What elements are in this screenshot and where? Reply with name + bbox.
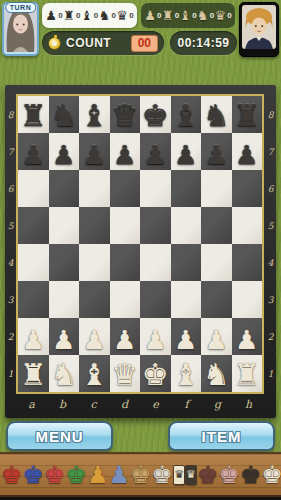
square-c7[interactable]: ♟ [79, 133, 110, 170]
square-g7[interactable]: ♟ [201, 133, 232, 170]
chess-board: 87654321 ♜♞♝♛♚♝♞♜♟♟♟♟♟♟♟♟♟♟♟♟♟♟♟♟♜♞♝♛♚♝♞… [5, 85, 276, 418]
square-f2[interactable]: ♟ [171, 318, 202, 355]
skin-king-blue[interactable]: ♚ [23, 455, 45, 495]
time-panel: 00:14:59 [170, 31, 237, 55]
rank-label-6: 6 [265, 170, 276, 207]
piece-black-pawn[interactable]: ♟ [83, 140, 106, 170]
rank-label-6: 6 [5, 170, 16, 207]
square-a6[interactable] [18, 170, 49, 207]
file-label-f: f [171, 394, 202, 415]
piece-black-pawn[interactable]: ♟ [52, 140, 75, 170]
square-d5[interactable] [110, 207, 141, 244]
square-c5[interactable] [79, 207, 110, 244]
rank-label-5: 5 [5, 207, 16, 244]
square-a7[interactable]: ♟ [18, 133, 49, 170]
square-h4[interactable] [232, 244, 263, 281]
rank-labels-left: 87654321 [5, 96, 16, 392]
captured-pawn-icon: ♟ [45, 3, 57, 28]
file-label-g: g [202, 394, 233, 415]
skin-king-silver[interactable]: ♚ [152, 455, 174, 495]
piece-black-rook[interactable]: ♜ [233, 99, 260, 133]
skin-doll-gold[interactable]: ♟ [87, 455, 109, 495]
piece-white-pawn[interactable]: ♟ [52, 325, 75, 355]
piece-white-queen[interactable]: ♛ [111, 358, 138, 392]
board-squares: ♜♞♝♛♚♝♞♜♟♟♟♟♟♟♟♟♟♟♟♟♟♟♟♟♜♞♝♛♚♝♞♜ [16, 94, 264, 394]
file-label-a: a [16, 394, 47, 415]
square-a2[interactable]: ♟ [18, 318, 49, 355]
piece-white-rook[interactable]: ♜ [233, 358, 260, 392]
square-d7[interactable]: ♟ [110, 133, 141, 170]
piece-white-knight[interactable]: ♞ [203, 358, 230, 392]
piece-black-pawn[interactable]: ♟ [113, 140, 136, 170]
square-a5[interactable] [18, 207, 49, 244]
skin-king-red[interactable]: ♚ [1, 455, 23, 495]
square-c2[interactable]: ♟ [79, 318, 110, 355]
square-e7[interactable]: ♟ [140, 133, 171, 170]
captured-bishop-icon: ♝ [179, 3, 191, 28]
item-card-queen-black[interactable]: ♛ [173, 465, 185, 485]
rank-label-3: 3 [265, 281, 276, 318]
square-f6[interactable] [171, 170, 202, 207]
piece-black-pawn[interactable]: ♟ [235, 140, 258, 170]
player-left-avatar: TURN [2, 2, 39, 56]
rank-label-5: 5 [265, 207, 276, 244]
skin-rabbit-red[interactable]: ♚ [44, 455, 66, 495]
chess-app: TURN ♟0♜0♝0♞0♛0 ♟0♜0♝0♞0♛0 [0, 0, 281, 500]
square-b3[interactable] [49, 281, 80, 318]
skin-king-dark[interactable]: ♚ [240, 455, 262, 495]
square-c1[interactable]: ♝ [79, 355, 110, 392]
piece-white-pawn[interactable]: ♟ [144, 325, 167, 355]
item-button[interactable]: ITEM [168, 421, 275, 451]
captured-bishop-icon: ♝ [81, 3, 93, 28]
captured-queen-icon: ♛ [116, 3, 128, 28]
skin-king-maroon[interactable]: ♚ [197, 455, 219, 495]
square-f5[interactable] [171, 207, 202, 244]
skin-king-pink[interactable]: ♚ [218, 455, 240, 495]
item-shelf: ♚♚♚♚♟♟♚♚♛♛♚♚♚♚ [0, 452, 281, 497]
rank-label-1: 1 [265, 355, 276, 392]
square-h6[interactable] [232, 170, 263, 207]
rank-label-3: 3 [5, 281, 16, 318]
square-b2[interactable]: ♟ [49, 318, 80, 355]
menu-button[interactable]: MENU [6, 421, 113, 451]
file-labels: abcdefgh [16, 394, 264, 415]
piece-black-bishop[interactable]: ♝ [81, 99, 108, 133]
file-label-e: e [140, 394, 171, 415]
captured-tray-right: ♟0♜0♝0♞0♛0 [141, 3, 235, 28]
piece-white-pawn[interactable]: ♟ [22, 325, 45, 355]
square-c6[interactable] [79, 170, 110, 207]
square-g1[interactable]: ♞ [201, 355, 232, 392]
captured-pawn-icon: ♟ [144, 3, 156, 28]
rank-label-8: 8 [5, 96, 16, 133]
captured-queen-icon: ♛ [214, 3, 226, 28]
piece-black-knight[interactable]: ♞ [50, 99, 77, 133]
captured-queen-count: 0 [227, 11, 231, 20]
square-f1[interactable]: ♝ [171, 355, 202, 392]
square-g5[interactable] [201, 207, 232, 244]
square-a3[interactable] [18, 281, 49, 318]
square-h2[interactable]: ♟ [232, 318, 263, 355]
square-b4[interactable] [49, 244, 80, 281]
skin-rabbit-green[interactable]: ♚ [66, 455, 88, 495]
rank-label-4: 4 [265, 244, 276, 281]
file-label-d: d [109, 394, 140, 415]
piece-white-pawn[interactable]: ♟ [113, 325, 136, 355]
rank-label-8: 8 [265, 96, 276, 133]
piece-white-pawn[interactable]: ♟ [235, 325, 258, 355]
item-card-queen-white[interactable]: ♛ [185, 465, 197, 485]
square-e2[interactable]: ♟ [140, 318, 171, 355]
piece-white-rook[interactable]: ♜ [20, 358, 47, 392]
square-f7[interactable]: ♟ [171, 133, 202, 170]
count-value: 00 [131, 35, 158, 52]
count-panel: COUNT 00 [42, 31, 164, 55]
square-e3[interactable] [140, 281, 171, 318]
square-b1[interactable]: ♞ [49, 355, 80, 392]
rank-label-4: 4 [5, 244, 16, 281]
piece-white-pawn[interactable]: ♟ [205, 325, 228, 355]
count-label: COUNT [66, 36, 111, 50]
captured-knight-icon: ♞ [99, 3, 111, 28]
square-b5[interactable] [49, 207, 80, 244]
square-f3[interactable] [171, 281, 202, 318]
piece-black-pawn[interactable]: ♟ [205, 140, 228, 170]
square-g6[interactable] [201, 170, 232, 207]
piece-white-bishop[interactable]: ♝ [172, 358, 199, 392]
square-d4[interactable] [110, 244, 141, 281]
piece-white-bishop[interactable]: ♝ [81, 358, 108, 392]
square-b7[interactable]: ♟ [49, 133, 80, 170]
piece-white-knight[interactable]: ♞ [50, 358, 77, 392]
square-c8[interactable]: ♝ [79, 96, 110, 133]
captured-rook-icon: ♜ [162, 3, 174, 28]
file-label-c: c [78, 394, 109, 415]
piece-black-king[interactable]: ♚ [142, 99, 169, 133]
square-f8[interactable]: ♝ [171, 96, 202, 133]
square-h3[interactable] [232, 281, 263, 318]
rank-label-2: 2 [5, 318, 16, 355]
square-h1[interactable]: ♜ [232, 355, 263, 392]
captured-knight-icon: ♞ [197, 3, 209, 28]
square-d1[interactable]: ♛ [110, 355, 141, 392]
captured-rook-icon: ♜ [63, 3, 75, 28]
square-h8[interactable]: ♜ [232, 96, 263, 133]
piece-black-pawn[interactable]: ♟ [22, 140, 45, 170]
square-e8[interactable]: ♚ [140, 96, 171, 133]
stopwatch-icon [48, 37, 61, 50]
file-label-h: h [233, 394, 264, 415]
file-label-b: b [47, 394, 78, 415]
square-g8[interactable]: ♞ [201, 96, 232, 133]
rank-label-1: 1 [5, 355, 16, 392]
skin-doll-blue[interactable]: ♟ [109, 455, 131, 495]
square-g4[interactable] [201, 244, 232, 281]
timer-text: 00:14:59 [177, 36, 229, 50]
square-a8[interactable]: ♜ [18, 96, 49, 133]
square-b8[interactable]: ♞ [49, 96, 80, 133]
square-h7[interactable]: ♟ [232, 133, 263, 170]
player-right-avatar [239, 2, 279, 57]
square-a1[interactable]: ♜ [18, 355, 49, 392]
piece-black-pawn[interactable]: ♟ [144, 140, 167, 170]
square-d3[interactable] [110, 281, 141, 318]
rank-labels-right: 87654321 [265, 96, 276, 392]
square-c3[interactable] [79, 281, 110, 318]
rank-label-7: 7 [265, 133, 276, 170]
piece-black-queen[interactable]: ♛ [111, 99, 138, 133]
square-d2[interactable]: ♟ [110, 318, 141, 355]
square-b6[interactable] [49, 170, 80, 207]
square-e4[interactable] [140, 244, 171, 281]
piece-white-king[interactable]: ♚ [142, 358, 169, 392]
piece-black-pawn[interactable]: ♟ [174, 140, 197, 170]
piece-black-rook[interactable]: ♜ [20, 99, 47, 133]
square-d6[interactable] [110, 170, 141, 207]
skin-king-ivory[interactable]: ♚ [261, 455, 281, 495]
turn-badge: TURN [5, 2, 36, 13]
square-d8[interactable]: ♛ [110, 96, 141, 133]
piece-white-pawn[interactable]: ♟ [174, 325, 197, 355]
rank-label-7: 7 [5, 133, 16, 170]
captured-tray-left: ♟0♜0♝0♞0♛0 [42, 3, 137, 28]
square-f4[interactable] [171, 244, 202, 281]
piece-black-knight[interactable]: ♞ [203, 99, 230, 133]
square-g3[interactable] [201, 281, 232, 318]
square-g2[interactable]: ♟ [201, 318, 232, 355]
square-c4[interactable] [79, 244, 110, 281]
player-right-portrait [242, 5, 276, 49]
square-e6[interactable] [140, 170, 171, 207]
captured-queen-count: 0 [129, 11, 133, 20]
square-e5[interactable] [140, 207, 171, 244]
rank-label-2: 2 [265, 318, 276, 355]
piece-white-pawn[interactable]: ♟ [83, 325, 106, 355]
piece-black-bishop[interactable]: ♝ [172, 99, 199, 133]
skin-king-gold[interactable]: ♚ [130, 455, 152, 495]
square-h5[interactable] [232, 207, 263, 244]
square-a4[interactable] [18, 244, 49, 281]
square-e1[interactable]: ♚ [140, 355, 171, 392]
